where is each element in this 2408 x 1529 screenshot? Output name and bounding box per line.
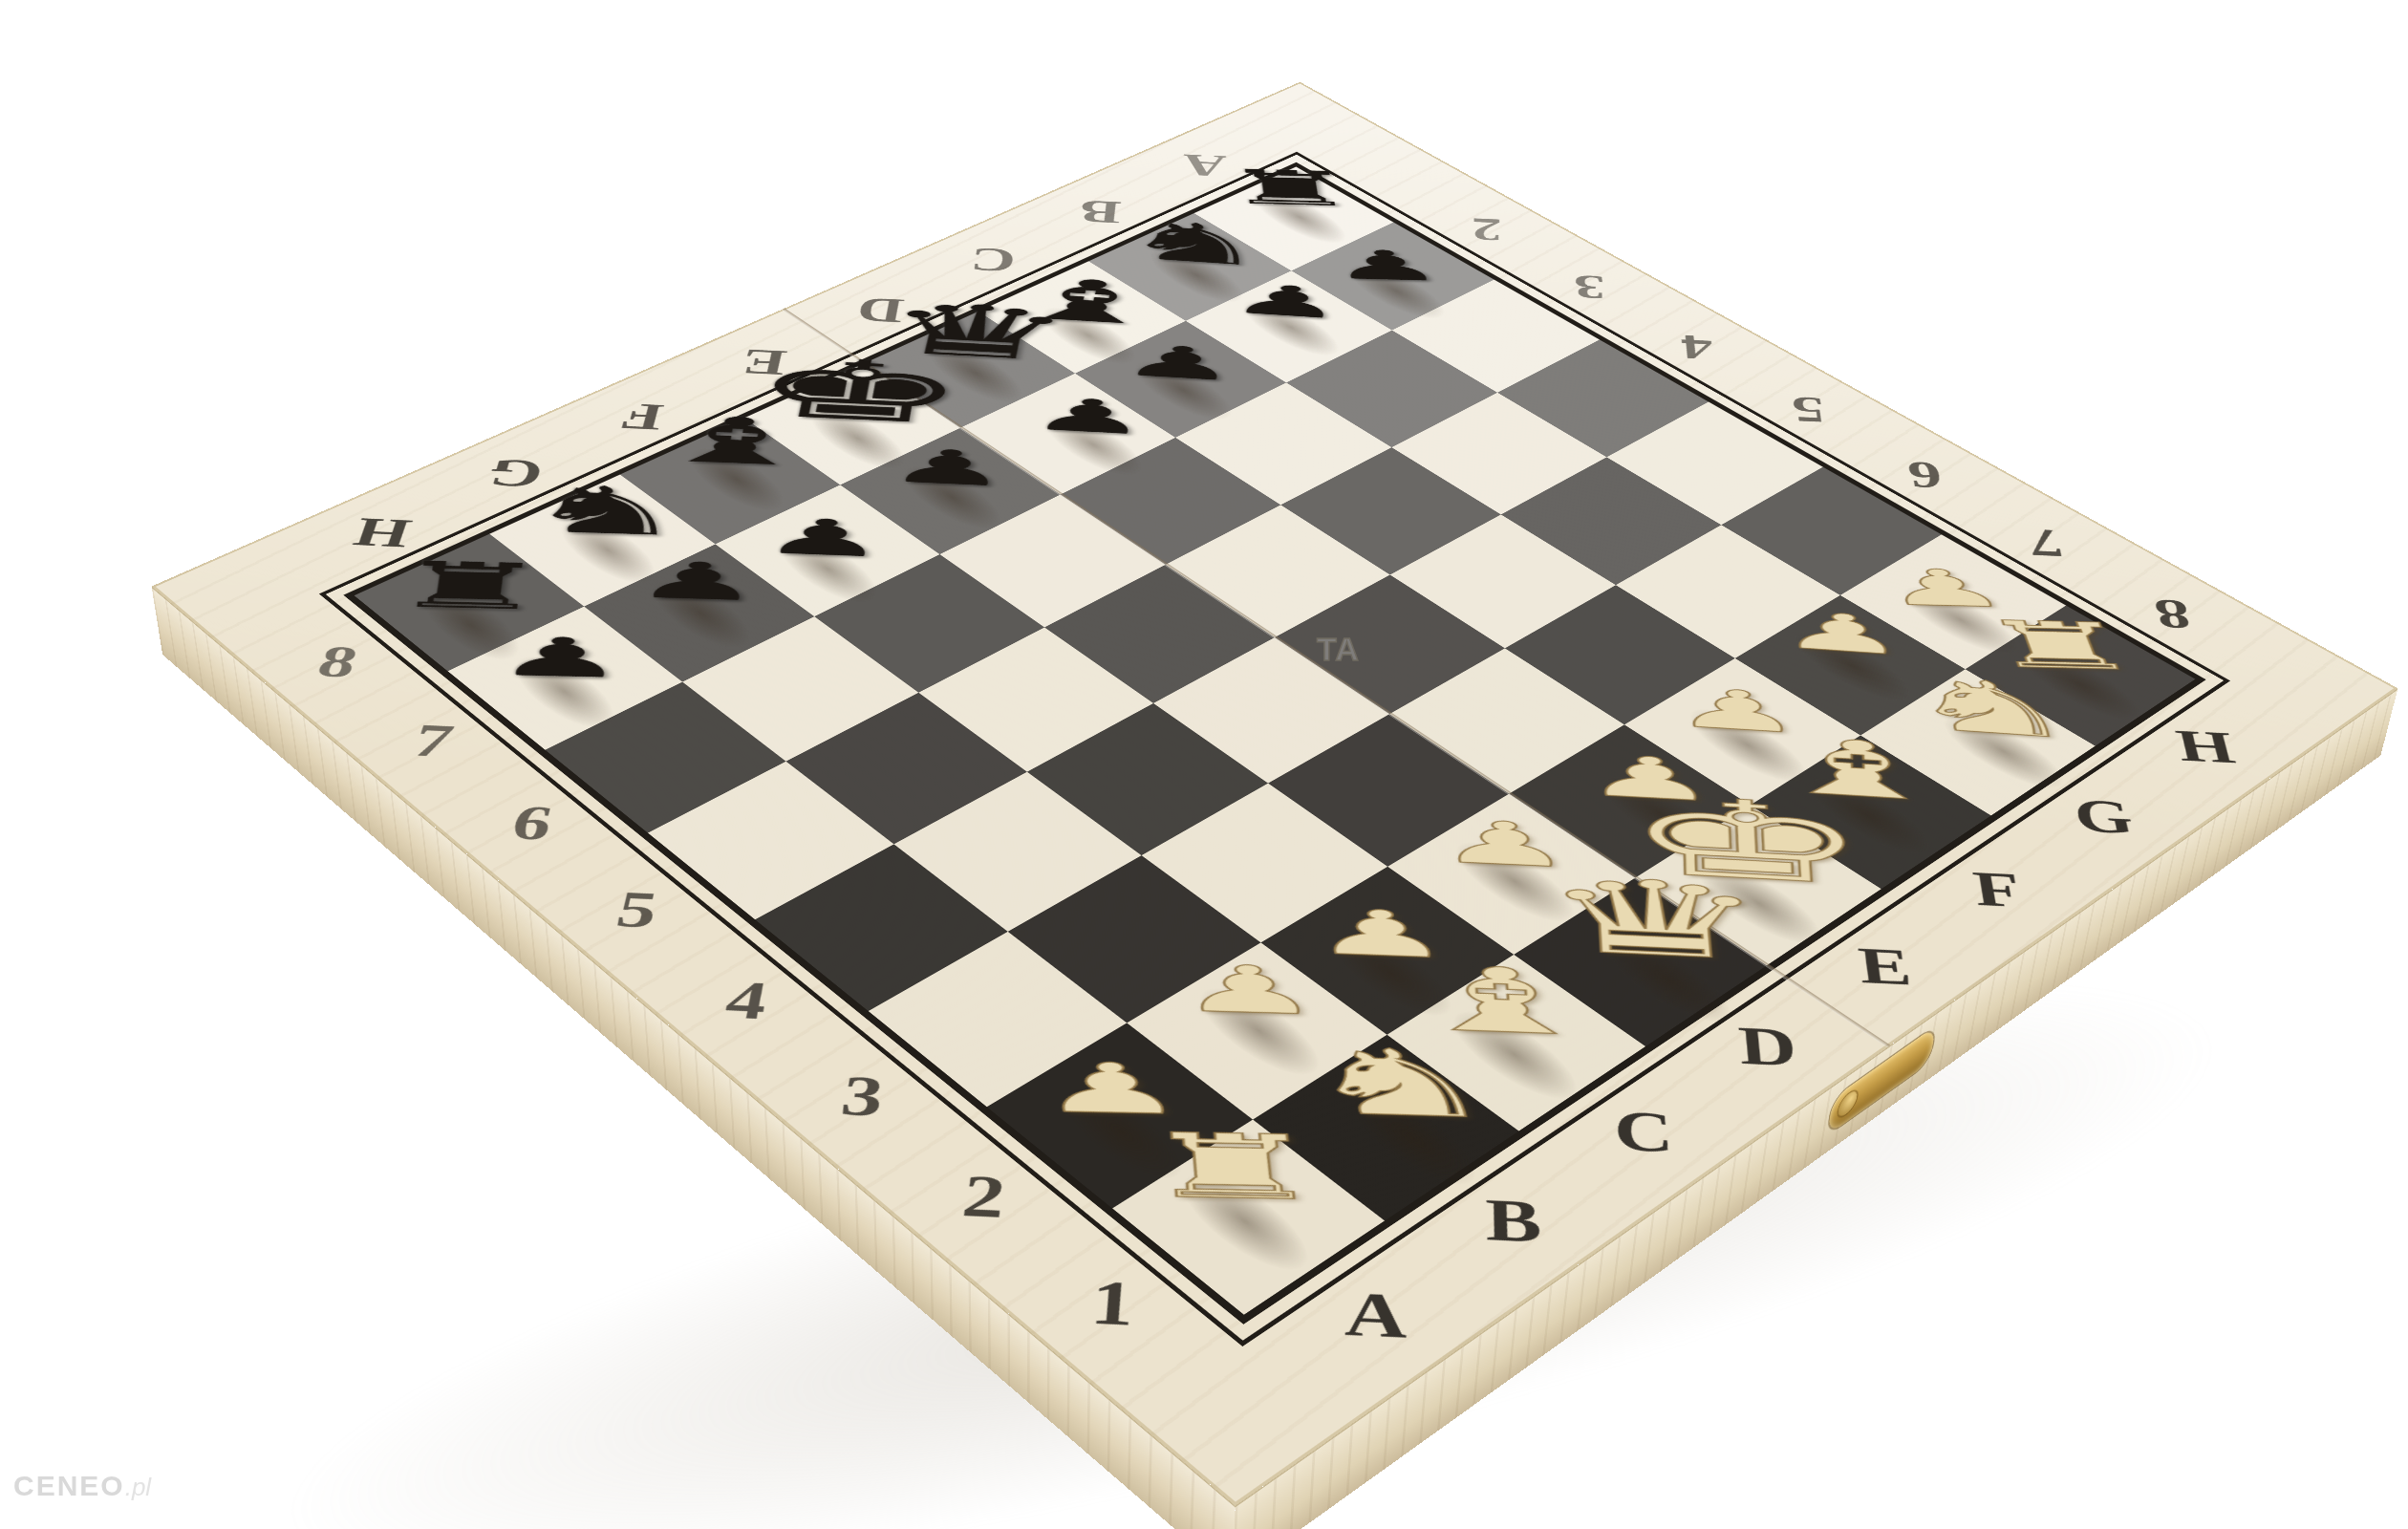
square (648, 761, 894, 919)
square (683, 616, 918, 761)
file-label-far: E (720, 339, 808, 386)
file-label-far: D (838, 288, 923, 333)
product-photo-scene: ABCDEFGHABCDEFGH876543212345678 ♜♟♟♜♞♟♟♞… (0, 0, 2408, 1529)
rank-label-right: 7 (2000, 517, 2093, 569)
file-label-far: A (1166, 145, 1241, 185)
file-label-far: H (332, 506, 433, 559)
ceneo-watermark: CENEO.pl (13, 1470, 151, 1502)
square (1141, 783, 1387, 942)
rank-label-left: 6 (479, 791, 587, 854)
rank-label-left: 3 (807, 1060, 917, 1133)
square (786, 693, 1027, 845)
square (918, 627, 1153, 772)
square (1027, 703, 1268, 855)
square (894, 772, 1141, 932)
square (1635, 805, 1881, 965)
square (868, 931, 1127, 1107)
square (1253, 1034, 1519, 1220)
file-label-far: B (1061, 191, 1140, 233)
square (1128, 942, 1387, 1119)
square (1388, 794, 1635, 955)
square (987, 1023, 1254, 1208)
file-label-near: D (1716, 1012, 1819, 1083)
square (447, 606, 682, 750)
square (1387, 954, 1645, 1131)
rank-label-right: 4 (1656, 325, 1737, 371)
rank-label-right: 2 (1450, 208, 1525, 250)
file-label-near: A (1322, 1274, 1429, 1356)
file-label-far: F (595, 393, 688, 441)
file-label-near: B (1462, 1182, 1566, 1260)
square (1112, 1119, 1386, 1315)
square (1514, 877, 1767, 1045)
file-label-near: C (1592, 1094, 1695, 1168)
square (1389, 648, 1624, 794)
file-label-near: F (1946, 857, 2049, 921)
rank-label-right: 6 (1881, 450, 1969, 500)
file-label-near: G (2053, 786, 2155, 847)
rank-label-left: 1 (1057, 1262, 1168, 1344)
rank-label-left: 8 (285, 634, 391, 691)
square (1008, 855, 1261, 1023)
rank-label-left: 7 (379, 711, 486, 771)
file-label-near: H (2155, 718, 2256, 777)
file-label-far: C (952, 239, 1034, 283)
square (1509, 724, 1750, 877)
square (755, 844, 1008, 1011)
ta-watermark: TA (1317, 631, 1360, 668)
rank-label-left: 5 (582, 876, 691, 942)
rank-label-right: 3 (1551, 266, 1629, 310)
rank-label-right: 8 (2124, 588, 2221, 642)
rank-label-left: 4 (692, 965, 801, 1035)
file-label-near: E (1834, 933, 1937, 1000)
rank-label-left: 2 (929, 1158, 1040, 1236)
rank-label-right: 5 (1766, 386, 1851, 434)
file-label-far: G (466, 448, 563, 499)
